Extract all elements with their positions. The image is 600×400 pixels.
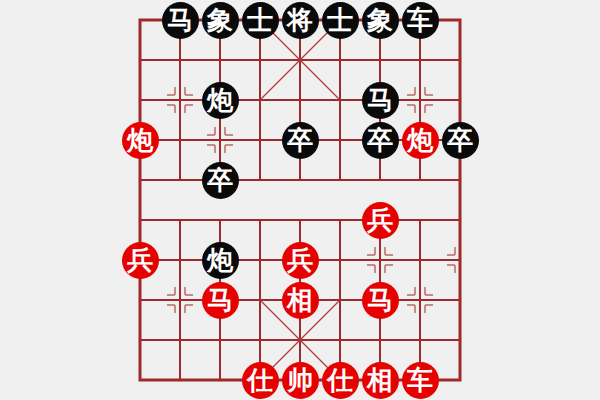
piece-black-cannon[interactable]: 炮 bbox=[202, 82, 239, 119]
piece-black-horse[interactable]: 马 bbox=[362, 82, 399, 119]
piece-red-advisor[interactable]: 仕 bbox=[242, 362, 279, 399]
piece-black-cannon[interactable]: 炮 bbox=[202, 242, 239, 279]
piece-red-soldier[interactable]: 兵 bbox=[122, 242, 159, 279]
piece-red-general[interactable]: 帅 bbox=[282, 362, 319, 399]
piece-red-cannon[interactable]: 炮 bbox=[402, 122, 439, 159]
piece-red-cannon[interactable]: 炮 bbox=[122, 122, 159, 159]
piece-red-advisor[interactable]: 仕 bbox=[322, 362, 359, 399]
piece-red-horse[interactable]: 马 bbox=[362, 282, 399, 319]
piece-red-horse[interactable]: 马 bbox=[202, 282, 239, 319]
piece-black-advisor[interactable]: 士 bbox=[322, 2, 359, 39]
piece-black-general[interactable]: 将 bbox=[282, 2, 319, 39]
piece-red-elephant[interactable]: 相 bbox=[362, 362, 399, 399]
piece-black-soldier[interactable]: 卒 bbox=[442, 122, 479, 159]
piece-black-elephant[interactable]: 象 bbox=[362, 2, 399, 39]
piece-black-soldier[interactable]: 卒 bbox=[282, 122, 319, 159]
pieces-layer: 马象士将士象车炮马炮卒卒炮卒卒兵兵炮兵马相马仕帅仕相车 bbox=[0, 0, 600, 400]
piece-black-soldier[interactable]: 卒 bbox=[202, 162, 239, 199]
xiangqi-app-canvas: 马象士将士象车炮马炮卒卒炮卒卒兵兵炮兵马相马仕帅仕相车 bbox=[0, 0, 600, 400]
piece-black-chariot[interactable]: 车 bbox=[402, 2, 439, 39]
piece-red-soldier[interactable]: 兵 bbox=[362, 202, 399, 239]
piece-red-elephant[interactable]: 相 bbox=[282, 282, 319, 319]
piece-black-soldier[interactable]: 卒 bbox=[362, 122, 399, 159]
piece-red-soldier[interactable]: 兵 bbox=[282, 242, 319, 279]
piece-black-advisor[interactable]: 士 bbox=[242, 2, 279, 39]
piece-black-horse[interactable]: 马 bbox=[162, 2, 199, 39]
piece-red-chariot[interactable]: 车 bbox=[402, 362, 439, 399]
piece-black-elephant[interactable]: 象 bbox=[202, 2, 239, 39]
